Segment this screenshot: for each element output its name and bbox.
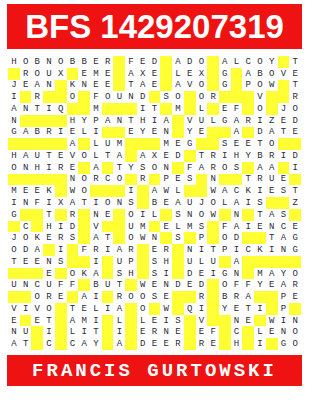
letter-cell: E (137, 56, 149, 68)
letter-cell: O (67, 91, 79, 103)
blocked-cell (289, 209, 301, 221)
letter-cell: T (254, 138, 266, 150)
blocked-cell (242, 326, 254, 338)
letter-cell: A (102, 115, 114, 127)
letter-cell: P (278, 291, 290, 303)
letter-cell: A (160, 115, 172, 127)
letter-cell: S (160, 91, 172, 103)
blocked-cell (102, 127, 114, 139)
letter-cell: A (149, 185, 161, 197)
letter-cell: E (149, 315, 161, 327)
letter-cell: R (43, 291, 55, 303)
letter-cell: E (149, 68, 161, 80)
letter-cell: Y (125, 162, 137, 174)
letter-cell: H (31, 162, 43, 174)
letter-cell: C (278, 221, 290, 233)
letter-cell: O (78, 174, 90, 186)
blocked-cell (207, 68, 219, 80)
letter-cell: E (149, 244, 161, 256)
letter-cell: F (231, 103, 243, 115)
letter-cell: T (254, 209, 266, 221)
letter-cell: O (55, 56, 67, 68)
letter-cell: A (266, 127, 278, 139)
blocked-cell (20, 268, 32, 280)
letter-cell: S (254, 197, 266, 209)
letter-cell: N (43, 256, 55, 268)
letter-cell: D (254, 127, 266, 139)
letter-cell: U (20, 326, 32, 338)
letter-cell: A (196, 162, 208, 174)
blocked-cell (219, 315, 231, 327)
letter-cell: E (278, 115, 290, 127)
letter-cell: W (137, 279, 149, 291)
letter-cell: I (90, 291, 102, 303)
letter-cell: E (160, 197, 172, 209)
letter-cell: R (31, 91, 43, 103)
letter-cell: O (31, 68, 43, 80)
letter-cell: H (67, 115, 79, 127)
letter-cell: E (149, 279, 161, 291)
letter-cell: F (31, 197, 43, 209)
letter-cell: F (219, 221, 231, 233)
letter-cell: B (90, 279, 102, 291)
letter-cell: N (43, 80, 55, 92)
blocked-cell (207, 291, 219, 303)
letter-cell: R (289, 91, 301, 103)
letter-cell: E (172, 326, 184, 338)
letter-cell: L (90, 138, 102, 150)
blocked-cell (20, 115, 32, 127)
blocked-cell (31, 268, 43, 280)
blocked-cell (90, 185, 102, 197)
blocked-cell (8, 291, 20, 303)
blocked-cell (160, 103, 172, 115)
letter-cell: O (254, 103, 266, 115)
letter-cell: B (31, 56, 43, 68)
letter-cell: A (20, 150, 32, 162)
blocked-cell (113, 127, 125, 139)
blocked-cell (266, 91, 278, 103)
letter-cell: F (231, 279, 243, 291)
letter-cell: L (196, 256, 208, 268)
letter-cell: G (278, 338, 290, 350)
letter-cell: Y (254, 279, 266, 291)
letter-cell: N (67, 174, 79, 186)
letter-cell: D (231, 232, 243, 244)
letter-cell: R (254, 174, 266, 186)
letter-cell: A (137, 80, 149, 92)
blocked-cell (266, 338, 278, 350)
letter-cell: D (137, 338, 149, 350)
letter-cell: N (160, 279, 172, 291)
letter-cell: T (289, 80, 301, 92)
letter-cell: H (231, 150, 243, 162)
letter-cell: R (196, 338, 208, 350)
letter-cell: O (43, 303, 55, 315)
letter-cell: Z (266, 115, 278, 127)
letter-cell: N (90, 209, 102, 221)
blocked-cell (184, 338, 196, 350)
letter-cell: E (67, 162, 79, 174)
blocked-cell (8, 174, 20, 186)
blocked-cell (78, 91, 90, 103)
letter-cell: O (67, 268, 79, 280)
letter-cell: N (160, 127, 172, 139)
blocked-cell (43, 138, 55, 150)
blocked-cell (149, 91, 161, 103)
letter-cell: I (90, 197, 102, 209)
letter-cell: K (242, 185, 254, 197)
blocked-cell (55, 138, 67, 150)
letter-cell: M (8, 185, 20, 197)
blocked-cell (31, 221, 43, 233)
letter-cell: U (113, 256, 125, 268)
blocked-cell (8, 268, 20, 280)
blocked-cell (207, 127, 219, 139)
letter-cell: A (113, 303, 125, 315)
letter-cell: X (137, 68, 149, 80)
letter-cell: G (8, 209, 20, 221)
letter-cell: E (289, 221, 301, 233)
letter-cell: K (78, 268, 90, 280)
blocked-cell (172, 115, 184, 127)
letter-cell: A (172, 56, 184, 68)
blocked-cell (149, 303, 161, 315)
letter-cell: N (207, 174, 219, 186)
letter-cell: C (242, 244, 254, 256)
letter-cell: I (160, 268, 172, 280)
letter-cell: S (149, 256, 161, 268)
blocked-cell (242, 162, 254, 174)
letter-cell: I (242, 197, 254, 209)
blocked-cell (55, 209, 67, 221)
letter-cell: E (8, 315, 20, 327)
letter-cell: I (78, 326, 90, 338)
letter-cell: V (67, 150, 79, 162)
letter-cell: E (102, 209, 114, 221)
letter-cell: R (242, 115, 254, 127)
letter-cell: A (31, 80, 43, 92)
letter-cell: B (254, 150, 266, 162)
blocked-cell (55, 115, 67, 127)
blocked-cell (219, 326, 231, 338)
letter-cell: T (242, 174, 254, 186)
letter-cell: T (125, 115, 137, 127)
letter-cell: T (113, 162, 125, 174)
blocked-cell (55, 303, 67, 315)
letter-cell: E (78, 68, 90, 80)
blocked-cell (8, 138, 20, 150)
letter-cell: T (8, 256, 20, 268)
letter-cell: E (278, 174, 290, 186)
letter-cell: T (196, 150, 208, 162)
letter-cell: M (160, 138, 172, 150)
blocked-cell (196, 174, 208, 186)
letter-cell: H (137, 115, 149, 127)
letter-cell: I (196, 303, 208, 315)
blocked-cell (125, 174, 137, 186)
letter-cell: N (125, 91, 137, 103)
letter-cell: I (55, 221, 67, 233)
letter-cell: I (102, 244, 114, 256)
letter-cell: E (55, 291, 67, 303)
letter-cell: R (172, 338, 184, 350)
letter-cell: N (278, 244, 290, 256)
letter-cell: N (231, 209, 243, 221)
blocked-cell (242, 209, 254, 221)
blocked-cell (113, 68, 125, 80)
letter-cell: E (149, 338, 161, 350)
letter-cell: R (207, 162, 219, 174)
letter-cell: G (184, 138, 196, 150)
letter-cell: D (67, 221, 79, 233)
letter-cell: P (278, 303, 290, 315)
blocked-cell (231, 174, 243, 186)
letter-cell: V (278, 68, 290, 80)
letter-cell: E (43, 232, 55, 244)
blocked-cell (172, 291, 184, 303)
blocked-cell (160, 56, 172, 68)
blocked-cell (102, 221, 114, 233)
letter-cell: E (242, 315, 254, 327)
letter-cell: S (219, 138, 231, 150)
letter-cell: Y (242, 150, 254, 162)
letter-cell: O (102, 197, 114, 209)
letter-cell: I (254, 115, 266, 127)
letter-cell: A (31, 244, 43, 256)
letter-cell: U (113, 91, 125, 103)
blocked-cell (254, 291, 266, 303)
letter-cell: R (207, 150, 219, 162)
letter-cell: S (196, 221, 208, 233)
blocked-cell (254, 232, 266, 244)
blocked-cell (102, 268, 114, 280)
letter-cell: P (90, 115, 102, 127)
letter-cell: U (43, 279, 55, 291)
puzzle-grid: HOBNOBBERFEDADOALCOYTROUXEMEAXELEXGABOVE… (8, 56, 301, 350)
letter-cell: O (196, 80, 208, 92)
letter-cell: I (231, 244, 243, 256)
letter-cell: M (78, 315, 90, 327)
blocked-cell (102, 326, 114, 338)
letter-cell: R (207, 91, 219, 103)
letter-cell: N (8, 326, 20, 338)
blocked-cell (113, 221, 125, 233)
letter-cell: B (219, 291, 231, 303)
letter-cell: R (55, 162, 67, 174)
letter-cell: O (196, 91, 208, 103)
letter-cell: E (231, 138, 243, 150)
letter-cell: M (184, 221, 196, 233)
letter-cell: N (20, 162, 32, 174)
letter-cell: O (78, 150, 90, 162)
blocked-cell (160, 209, 172, 221)
letter-cell: R (90, 244, 102, 256)
letter-cell: A (67, 197, 79, 209)
letter-cell: G (289, 244, 301, 256)
letter-cell: K (254, 244, 266, 256)
blocked-cell (125, 150, 137, 162)
blocked-cell (125, 138, 137, 150)
letter-cell: O (254, 80, 266, 92)
letter-cell: U (184, 256, 196, 268)
blocked-cell (43, 244, 55, 256)
letter-cell: W (160, 303, 172, 315)
letter-cell: M (254, 268, 266, 280)
letter-cell: L (207, 115, 219, 127)
letter-cell: A (172, 197, 184, 209)
letter-cell: L (196, 103, 208, 115)
letter-cell: U (102, 138, 114, 150)
letter-cell: T (125, 80, 137, 92)
letter-cell: I (254, 338, 266, 350)
letter-cell: S (67, 232, 79, 244)
blocked-cell (289, 303, 301, 315)
blocked-cell (184, 315, 196, 327)
letter-cell: L (78, 127, 90, 139)
blocked-cell (196, 185, 208, 197)
letter-cell: E (254, 221, 266, 233)
blocked-cell (78, 279, 90, 291)
letter-cell: V (184, 115, 196, 127)
letter-cell: O (113, 174, 125, 186)
letter-cell: S (278, 185, 290, 197)
blocked-cell (160, 68, 172, 80)
letter-cell: Y (266, 56, 278, 68)
blocked-cell (160, 232, 172, 244)
letter-cell: A (254, 162, 266, 174)
book-title: BFS 1429207319 (25, 8, 284, 46)
blocked-cell (20, 315, 32, 327)
letter-cell: R (102, 56, 114, 68)
letter-cell: H (125, 268, 137, 280)
letter-cell: A (231, 115, 243, 127)
blocked-cell (113, 56, 125, 68)
blocked-cell (43, 115, 55, 127)
blocked-cell (172, 162, 184, 174)
letter-cell: E (90, 80, 102, 92)
letter-cell: I (125, 185, 137, 197)
letter-cell: U (184, 197, 196, 209)
letter-cell: E (31, 185, 43, 197)
letter-cell: A (8, 338, 20, 350)
letter-cell: Y (219, 303, 231, 315)
blocked-cell (184, 291, 196, 303)
letter-cell: A (278, 232, 290, 244)
letter-cell: A (231, 221, 243, 233)
blocked-cell (8, 221, 20, 233)
letter-cell: R (90, 174, 102, 186)
letter-cell: I (149, 115, 161, 127)
blocked-cell (172, 127, 184, 139)
letter-cell: L (113, 315, 125, 327)
letter-cell: V (8, 303, 20, 315)
letter-cell: P (196, 232, 208, 244)
blocked-cell (207, 279, 219, 291)
blocked-cell (289, 138, 301, 150)
letter-cell: S (172, 232, 184, 244)
blocked-cell (231, 80, 243, 92)
letter-cell: C (102, 174, 114, 186)
letter-cell: O (137, 303, 149, 315)
letter-cell: W (207, 209, 219, 221)
blocked-cell (102, 338, 114, 350)
letter-cell: I (90, 315, 102, 327)
letter-cell: I (8, 197, 20, 209)
letter-cell: N (231, 315, 243, 327)
letter-cell: N (149, 232, 161, 244)
letter-cell: C (231, 185, 243, 197)
letter-cell: E (20, 80, 32, 92)
letter-cell: G (219, 268, 231, 280)
blocked-cell (20, 91, 32, 103)
letter-cell: R (149, 326, 161, 338)
blocked-cell (242, 338, 254, 350)
letter-cell: O (172, 91, 184, 103)
letter-cell: O (266, 68, 278, 80)
letter-cell: E (31, 315, 43, 327)
blocked-cell (20, 138, 32, 150)
letter-cell: A (125, 68, 137, 80)
letter-cell: A (113, 244, 125, 256)
letter-cell: D (184, 268, 196, 280)
blocked-cell (113, 209, 125, 221)
letter-cell: E (184, 68, 196, 80)
letter-cell: L (172, 185, 184, 197)
letter-cell: O (125, 232, 137, 244)
letter-cell: I (55, 127, 67, 139)
letter-cell: Y (278, 268, 290, 280)
letter-cell: C (242, 56, 254, 68)
letter-cell: U (207, 256, 219, 268)
letter-cell: E (102, 68, 114, 80)
blocked-cell (231, 68, 243, 80)
blocked-cell (172, 303, 184, 315)
letter-cell: I (266, 244, 278, 256)
letter-cell: X (55, 197, 67, 209)
letter-cell: F (184, 162, 196, 174)
letter-cell: E (90, 56, 102, 68)
letter-cell: H (160, 256, 172, 268)
letter-cell: I (90, 256, 102, 268)
letter-cell: I (102, 303, 114, 315)
letter-cell: E (219, 103, 231, 115)
letter-cell: E (20, 185, 32, 197)
letter-cell: A (278, 279, 290, 291)
letter-cell: S (231, 162, 243, 174)
letter-cell: E (160, 291, 172, 303)
letter-cell: T (113, 279, 125, 291)
letter-cell: E (266, 279, 278, 291)
blocked-cell (43, 174, 55, 186)
letter-cell: E (266, 185, 278, 197)
letter-cell: Y (184, 127, 196, 139)
letter-cell: V (196, 315, 208, 327)
blocked-cell (207, 232, 219, 244)
letter-cell: O (149, 162, 161, 174)
letter-cell: P (242, 80, 254, 92)
blocked-cell (207, 103, 219, 115)
blocked-cell (184, 91, 196, 103)
letter-cell: O (289, 268, 301, 280)
letter-cell: F (55, 279, 67, 291)
letter-cell: R (160, 244, 172, 256)
letter-cell: O (20, 232, 32, 244)
blocked-cell (102, 256, 114, 268)
letter-cell: L (90, 150, 102, 162)
letter-cell: U (125, 221, 137, 233)
letter-cell: M (113, 138, 125, 150)
